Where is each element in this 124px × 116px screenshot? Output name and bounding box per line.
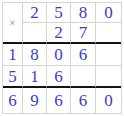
cell-r4c5 (96, 66, 121, 88)
cell-r2c2 (23, 23, 47, 44)
cell-r1c5: 0 (96, 3, 121, 23)
cell-r4c1: 5 (3, 66, 23, 88)
cell-r5c3: 6 (47, 88, 71, 113)
cell-r5c2: 9 (23, 88, 47, 113)
cell-r5c5: 0 (96, 88, 121, 113)
multiply-sign-cell: × (3, 3, 23, 44)
cell-r3c5 (96, 44, 121, 66)
multiplication-grid: ×258027180651669660 (2, 2, 122, 114)
multiply-icon: × (9, 17, 16, 29)
cell-r3c4: 6 (71, 44, 96, 66)
cell-r5c4: 6 (71, 88, 96, 113)
cell-r3c1: 1 (3, 44, 23, 66)
cell-r2c3: 2 (47, 23, 71, 44)
cell-r1c2: 2 (23, 3, 47, 23)
cell-r3c2: 8 (23, 44, 47, 66)
cell-r3c3: 0 (47, 44, 71, 66)
cell-r2c4: 7 (71, 23, 96, 44)
cell-r1c4: 8 (71, 3, 96, 23)
cell-r2c5 (96, 23, 121, 44)
cell-r4c2: 1 (23, 66, 47, 88)
cell-r4c3: 6 (47, 66, 71, 88)
cell-r1c3: 5 (47, 3, 71, 23)
cell-r5c1: 6 (3, 88, 23, 113)
cell-r4c4 (71, 66, 96, 88)
